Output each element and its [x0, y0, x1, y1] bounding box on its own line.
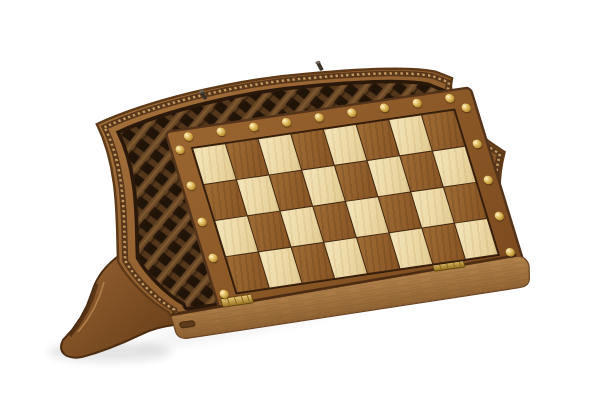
product-photo-scene: [0, 0, 600, 400]
clasp-hook: [315, 60, 324, 71]
